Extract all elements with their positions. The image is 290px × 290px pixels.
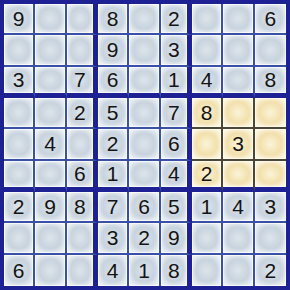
cell-r9c5[interactable]: 1 bbox=[129, 255, 160, 286]
cell-r1c1[interactable]: 9 bbox=[4, 4, 35, 35]
cell-r8c9[interactable] bbox=[255, 223, 286, 254]
cell-r2c2[interactable] bbox=[35, 35, 66, 66]
cell-r2c4[interactable]: 9 bbox=[98, 35, 129, 66]
cell-r9c4[interactable]: 4 bbox=[98, 255, 129, 286]
cell-digit: 4 bbox=[201, 69, 213, 90]
cell-r5c8[interactable]: 3 bbox=[223, 129, 254, 160]
cell-digit: 5 bbox=[107, 102, 119, 123]
cell-digit: 3 bbox=[107, 227, 119, 248]
cell-r7c1[interactable]: 2 bbox=[4, 192, 35, 223]
cell-r9c3[interactable] bbox=[67, 255, 98, 286]
cell-digit: 6 bbox=[168, 133, 180, 154]
cell-r5c4[interactable]: 2 bbox=[98, 129, 129, 160]
cell-r1c8[interactable] bbox=[223, 4, 254, 35]
cell-r3c1[interactable]: 3 bbox=[4, 67, 35, 98]
cell-r1c6[interactable]: 2 bbox=[161, 4, 192, 35]
cell-r5c3[interactable] bbox=[67, 129, 98, 160]
sudoku-board: 9826933761482578426361422987651433296418… bbox=[0, 0, 290, 290]
cell-r7c9[interactable]: 3 bbox=[255, 192, 286, 223]
cell-r4c1[interactable] bbox=[4, 98, 35, 129]
cell-r6c3[interactable]: 6 bbox=[67, 161, 98, 192]
cell-r8c2[interactable] bbox=[35, 223, 66, 254]
cell-r3c5[interactable] bbox=[129, 67, 160, 98]
cell-r8c7[interactable] bbox=[192, 223, 223, 254]
cell-r6c4[interactable]: 1 bbox=[98, 161, 129, 192]
cell-r8c3[interactable] bbox=[67, 223, 98, 254]
cell-r2c1[interactable] bbox=[4, 35, 35, 66]
cell-digit: 8 bbox=[264, 69, 276, 90]
cell-r9c8[interactable] bbox=[223, 255, 254, 286]
cell-digit: 8 bbox=[74, 196, 86, 217]
cell-r1c7[interactable] bbox=[192, 4, 223, 35]
cell-r9c6[interactable]: 8 bbox=[161, 255, 192, 286]
cell-digit: 9 bbox=[44, 196, 56, 217]
cell-r4c5[interactable] bbox=[129, 98, 160, 129]
cell-r8c5[interactable]: 2 bbox=[129, 223, 160, 254]
cell-r6c8[interactable] bbox=[223, 161, 254, 192]
cell-r7c5[interactable]: 6 bbox=[129, 192, 160, 223]
cell-digit: 8 bbox=[201, 102, 213, 123]
cell-digit: 6 bbox=[107, 69, 119, 90]
cell-digit: 4 bbox=[232, 196, 244, 217]
cell-r2c8[interactable] bbox=[223, 35, 254, 66]
cell-r4c6[interactable]: 7 bbox=[161, 98, 192, 129]
cell-r4c3[interactable]: 2 bbox=[67, 98, 98, 129]
cell-digit: 4 bbox=[44, 133, 56, 154]
cell-digit: 5 bbox=[168, 196, 180, 217]
cell-digit: 2 bbox=[138, 227, 150, 248]
cell-r6c2[interactable] bbox=[35, 161, 66, 192]
cell-r1c9[interactable]: 6 bbox=[255, 4, 286, 35]
cell-r9c9[interactable]: 2 bbox=[255, 255, 286, 286]
cell-digit: 1 bbox=[168, 69, 180, 90]
cell-digit: 2 bbox=[264, 260, 276, 281]
cell-r8c1[interactable] bbox=[4, 223, 35, 254]
cell-digit: 4 bbox=[168, 163, 180, 184]
cell-r7c3[interactable]: 8 bbox=[67, 192, 98, 223]
cell-r6c1[interactable] bbox=[4, 161, 35, 192]
cell-r3c9[interactable]: 8 bbox=[255, 67, 286, 98]
cell-digit: 7 bbox=[74, 69, 86, 90]
cell-r4c8[interactable] bbox=[223, 98, 254, 129]
cell-digit: 4 bbox=[107, 260, 119, 281]
cell-r5c9[interactable] bbox=[255, 129, 286, 160]
cell-r2c5[interactable] bbox=[129, 35, 160, 66]
cell-digit: 6 bbox=[13, 260, 25, 281]
cell-digit: 1 bbox=[201, 196, 213, 217]
cell-r4c7[interactable]: 8 bbox=[192, 98, 223, 129]
cell-r9c7[interactable] bbox=[192, 255, 223, 286]
cell-digit: 9 bbox=[13, 8, 25, 29]
cell-r6c6[interactable]: 4 bbox=[161, 161, 192, 192]
cell-digit: 8 bbox=[107, 8, 119, 29]
cell-digit: 6 bbox=[74, 163, 86, 184]
cell-digit: 1 bbox=[107, 163, 119, 184]
cell-digit: 3 bbox=[168, 39, 180, 60]
cell-r8c6[interactable]: 9 bbox=[161, 223, 192, 254]
cell-r5c6[interactable]: 6 bbox=[161, 129, 192, 160]
cell-digit: 7 bbox=[107, 196, 119, 217]
cell-digit: 2 bbox=[74, 102, 86, 123]
cell-r7c2[interactable]: 9 bbox=[35, 192, 66, 223]
cell-digit: 9 bbox=[107, 39, 119, 60]
cell-r2c6[interactable]: 3 bbox=[161, 35, 192, 66]
cell-r1c3[interactable] bbox=[67, 4, 98, 35]
cell-digit: 9 bbox=[168, 227, 180, 248]
cell-r6c5[interactable] bbox=[129, 161, 160, 192]
cell-digit: 2 bbox=[13, 196, 25, 217]
cell-r9c2[interactable] bbox=[35, 255, 66, 286]
cell-digit: 1 bbox=[138, 260, 150, 281]
cell-r4c4[interactable]: 5 bbox=[98, 98, 129, 129]
cell-r3c3[interactable]: 7 bbox=[67, 67, 98, 98]
cell-r5c5[interactable] bbox=[129, 129, 160, 160]
cell-r5c7[interactable] bbox=[192, 129, 223, 160]
cell-r3c6[interactable]: 1 bbox=[161, 67, 192, 98]
cell-r6c9[interactable] bbox=[255, 161, 286, 192]
cell-digit: 7 bbox=[168, 102, 180, 123]
cell-r2c7[interactable] bbox=[192, 35, 223, 66]
cell-r5c2[interactable]: 4 bbox=[35, 129, 66, 160]
cell-digit: 3 bbox=[232, 133, 244, 154]
cell-r7c8[interactable]: 4 bbox=[223, 192, 254, 223]
cell-r9c1[interactable]: 6 bbox=[4, 255, 35, 286]
cell-r7c4[interactable]: 7 bbox=[98, 192, 129, 223]
cell-r7c6[interactable]: 5 bbox=[161, 192, 192, 223]
cell-r8c8[interactable] bbox=[223, 223, 254, 254]
cell-r1c4[interactable]: 8 bbox=[98, 4, 129, 35]
cell-r3c2[interactable] bbox=[35, 67, 66, 98]
cell-r3c8[interactable] bbox=[223, 67, 254, 98]
cell-r7c7[interactable]: 1 bbox=[192, 192, 223, 223]
cell-digit: 3 bbox=[13, 69, 25, 90]
cell-r2c3[interactable] bbox=[67, 35, 98, 66]
cell-r4c9[interactable] bbox=[255, 98, 286, 129]
cell-r8c4[interactable]: 3 bbox=[98, 223, 129, 254]
cell-digit: 6 bbox=[138, 196, 150, 217]
cell-digit: 8 bbox=[168, 260, 180, 281]
cell-digit: 2 bbox=[107, 133, 119, 154]
cell-digit: 6 bbox=[264, 8, 276, 29]
cell-r1c5[interactable] bbox=[129, 4, 160, 35]
cell-digit: 3 bbox=[264, 196, 276, 217]
cell-r6c7[interactable]: 2 bbox=[192, 161, 223, 192]
cell-r5c1[interactable] bbox=[4, 129, 35, 160]
cell-digit: 2 bbox=[201, 163, 213, 184]
cell-r4c2[interactable] bbox=[35, 98, 66, 129]
cell-r3c4[interactable]: 6 bbox=[98, 67, 129, 98]
cell-r3c7[interactable]: 4 bbox=[192, 67, 223, 98]
cell-digit: 2 bbox=[168, 8, 180, 29]
cell-r2c9[interactable] bbox=[255, 35, 286, 66]
cell-r1c2[interactable] bbox=[35, 4, 66, 35]
